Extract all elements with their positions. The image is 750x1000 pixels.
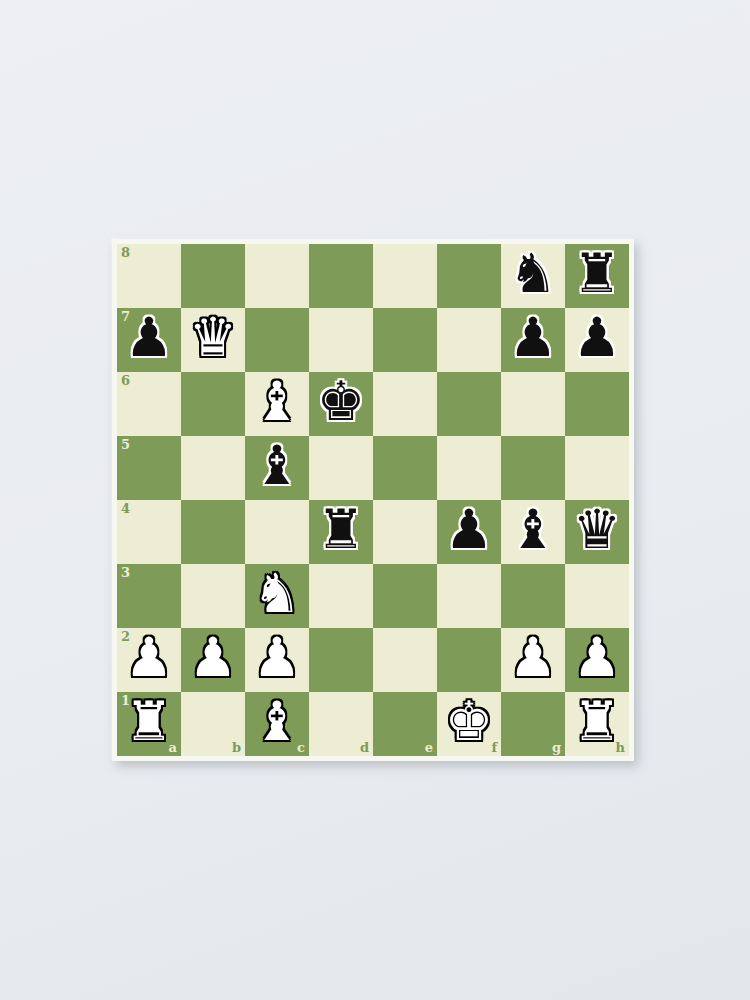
square-f1: f♚ <box>437 692 501 756</box>
square-h3 <box>565 564 629 628</box>
square-d6: ♚ <box>309 372 373 436</box>
white-bishop-icon: ♝ <box>253 370 301 434</box>
square-e5 <box>373 436 437 500</box>
square-g1: g <box>501 692 565 756</box>
square-h6 <box>565 372 629 436</box>
chess-board: 8♞♜7♟♛♟♟6♝♚5♝4♜♟♝♛3♞2♟♟♟♟♟1a♜bc♝def♚gh♜ <box>112 239 634 761</box>
white-pawn-icon: ♟ <box>253 626 301 690</box>
square-e4 <box>373 500 437 564</box>
black-queen-icon: ♛ <box>573 498 621 562</box>
square-d2 <box>309 628 373 692</box>
square-g6 <box>501 372 565 436</box>
square-f3 <box>437 564 501 628</box>
square-a1: 1a♜ <box>117 692 181 756</box>
square-e7 <box>373 308 437 372</box>
square-b4 <box>181 500 245 564</box>
square-h4: ♛ <box>565 500 629 564</box>
white-bishop-icon: ♝ <box>253 690 301 754</box>
square-e2 <box>373 628 437 692</box>
square-c2: ♟ <box>245 628 309 692</box>
black-bishop-icon: ♝ <box>253 434 301 498</box>
square-b3 <box>181 564 245 628</box>
file-label-d: d <box>360 741 369 754</box>
chess-board-grid: 8♞♜7♟♛♟♟6♝♚5♝4♜♟♝♛3♞2♟♟♟♟♟1a♜bc♝def♚gh♜ <box>117 244 629 756</box>
square-e1: e <box>373 692 437 756</box>
rank-label-5: 5 <box>121 438 130 451</box>
black-rook-icon: ♜ <box>317 498 365 562</box>
square-c3: ♞ <box>245 564 309 628</box>
square-c7 <box>245 308 309 372</box>
black-pawn-icon: ♟ <box>509 306 557 370</box>
square-h2: ♟ <box>565 628 629 692</box>
square-b8 <box>181 244 245 308</box>
black-pawn-icon: ♟ <box>125 306 173 370</box>
square-d8 <box>309 244 373 308</box>
square-c5: ♝ <box>245 436 309 500</box>
square-a8: 8 <box>117 244 181 308</box>
square-b1: b <box>181 692 245 756</box>
square-c8 <box>245 244 309 308</box>
white-pawn-icon: ♟ <box>189 626 237 690</box>
square-h8: ♜ <box>565 244 629 308</box>
square-b2: ♟ <box>181 628 245 692</box>
square-d1: d <box>309 692 373 756</box>
square-f2 <box>437 628 501 692</box>
rank-label-6: 6 <box>121 374 130 387</box>
rank-label-8: 8 <box>121 246 130 259</box>
square-b6 <box>181 372 245 436</box>
square-h7: ♟ <box>565 308 629 372</box>
square-f6 <box>437 372 501 436</box>
square-g7: ♟ <box>501 308 565 372</box>
white-pawn-icon: ♟ <box>125 626 173 690</box>
wall-background: 8♞♜7♟♛♟♟6♝♚5♝4♜♟♝♛3♞2♟♟♟♟♟1a♜bc♝def♚gh♜ <box>0 0 750 1000</box>
square-a7: 7♟ <box>117 308 181 372</box>
square-a5: 5 <box>117 436 181 500</box>
square-f4: ♟ <box>437 500 501 564</box>
square-f5 <box>437 436 501 500</box>
square-c4 <box>245 500 309 564</box>
square-h5 <box>565 436 629 500</box>
square-d4: ♜ <box>309 500 373 564</box>
white-queen-icon: ♛ <box>189 306 237 370</box>
square-d3 <box>309 564 373 628</box>
square-f7 <box>437 308 501 372</box>
square-b5 <box>181 436 245 500</box>
black-pawn-icon: ♟ <box>445 498 493 562</box>
square-a6: 6 <box>117 372 181 436</box>
black-king-icon: ♚ <box>317 370 365 434</box>
square-e6 <box>373 372 437 436</box>
rank-label-3: 3 <box>121 566 130 579</box>
white-pawn-icon: ♟ <box>509 626 557 690</box>
square-g3 <box>501 564 565 628</box>
white-pawn-icon: ♟ <box>573 626 621 690</box>
square-a3: 3 <box>117 564 181 628</box>
square-d5 <box>309 436 373 500</box>
square-a4: 4 <box>117 500 181 564</box>
file-label-e: e <box>425 741 433 754</box>
square-e8 <box>373 244 437 308</box>
black-bishop-icon: ♝ <box>509 498 557 562</box>
square-b7: ♛ <box>181 308 245 372</box>
white-rook-icon: ♜ <box>125 690 173 754</box>
file-label-g: g <box>552 741 561 754</box>
square-g8: ♞ <box>501 244 565 308</box>
square-g2: ♟ <box>501 628 565 692</box>
square-a2: 2♟ <box>117 628 181 692</box>
square-g4: ♝ <box>501 500 565 564</box>
black-knight-icon: ♞ <box>509 242 557 306</box>
square-c1: c♝ <box>245 692 309 756</box>
square-f8 <box>437 244 501 308</box>
white-knight-icon: ♞ <box>253 562 301 626</box>
square-d7 <box>309 308 373 372</box>
white-king-icon: ♚ <box>445 690 493 754</box>
square-e3 <box>373 564 437 628</box>
square-g5 <box>501 436 565 500</box>
white-rook-icon: ♜ <box>573 690 621 754</box>
file-label-b: b <box>232 741 241 754</box>
rank-label-4: 4 <box>121 502 130 515</box>
square-h1: h♜ <box>565 692 629 756</box>
black-rook-icon: ♜ <box>573 242 621 306</box>
black-pawn-icon: ♟ <box>573 306 621 370</box>
square-c6: ♝ <box>245 372 309 436</box>
